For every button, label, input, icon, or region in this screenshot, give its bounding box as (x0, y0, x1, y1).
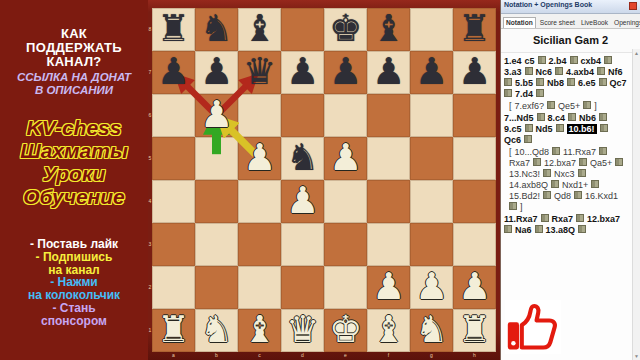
tab-livebook[interactable]: LiveBook (579, 18, 610, 28)
chess-piece-bK-e8[interactable]: ♚ (324, 8, 367, 51)
cta-line: спонсором (0, 315, 148, 328)
brand-line: Шахматы (0, 139, 148, 162)
chess-piece-wP-g2[interactable]: ♟ (410, 266, 453, 309)
file-label-e: e (324, 352, 367, 358)
current-move[interactable]: 10.b6! (567, 124, 597, 134)
move[interactable]: 8.c4 (548, 113, 566, 123)
chess-piece-wP-f2[interactable]: ♟ (367, 266, 410, 309)
move[interactable]: Nb8 (547, 78, 564, 88)
chess-piece-bQ-c7[interactable]: ♛ (238, 51, 281, 94)
scrollbar[interactable]: ▲ ▼ (632, 49, 640, 360)
tab-score-sheet[interactable]: Score sheet (538, 18, 577, 28)
opening-book-icon[interactable] (555, 67, 563, 75)
opening-book-icon[interactable] (504, 225, 512, 233)
move[interactable]: c5 (525, 56, 535, 66)
opening-book-icon[interactable] (556, 124, 564, 132)
move[interactable]: Qd8 (554, 191, 571, 201)
opening-book-icon[interactable] (574, 191, 582, 199)
move[interactable]: Nb6 (579, 113, 596, 123)
opening-book-icon[interactable] (599, 78, 607, 86)
move[interactable]: Rxa7 (509, 158, 530, 168)
chess-piece-bP-f7[interactable]: ♟ (367, 51, 410, 94)
support-line: КАНАЛ? (0, 55, 148, 69)
opening-book-icon[interactable] (533, 158, 541, 166)
channel-name: KV-chess Шахматы Уроки Обучение (0, 116, 148, 208)
brand-line: KV-chess (0, 116, 148, 139)
move[interactable]: ] (594, 101, 597, 111)
chess-piece-wP-h2[interactable]: ♟ (453, 266, 496, 309)
file-label-a: a (152, 352, 195, 358)
call-to-action-list: - Поставь лайк- Подпишисьна канал- Нажми… (0, 238, 148, 328)
opening-book-icon[interactable] (537, 113, 545, 121)
opening-book-icon[interactable] (509, 202, 517, 210)
chess-piece-wR-h1[interactable]: ♜ (453, 309, 496, 352)
chess-piece-wQ-d1[interactable]: ♛ (281, 309, 324, 352)
opening-book-icon[interactable] (535, 225, 543, 233)
opening-book-icon[interactable] (552, 147, 560, 155)
opening-book-icon[interactable] (570, 56, 578, 64)
move[interactable]: Na6 (515, 225, 532, 235)
opening-book-icon[interactable] (525, 124, 533, 132)
chess-piece-wP-b6[interactable]: ♟ (195, 94, 238, 137)
support-line: КАК (0, 27, 148, 41)
opening-book-icon[interactable] (541, 214, 549, 222)
move[interactable]: Qa5+ (590, 158, 612, 168)
move[interactable]: [ (509, 101, 512, 111)
move[interactable]: Nc6 (536, 67, 553, 77)
move[interactable]: 7...Nd5 (504, 113, 534, 123)
move[interactable]: 5.b5 (515, 78, 533, 88)
move[interactable]: 7.d4 (515, 89, 533, 99)
cta-line: - Поставь лайк (0, 238, 148, 251)
file-label-d: d (281, 352, 324, 358)
move[interactable]: Qc6 (504, 135, 521, 145)
opening-book-icon[interactable] (567, 78, 575, 86)
opening-book-icon[interactable] (600, 124, 608, 132)
opening-book-icon[interactable] (524, 135, 532, 143)
file-label-h: h (453, 352, 496, 358)
chess-piece-wP-c5[interactable]: ♟ (238, 137, 281, 180)
chess-piece-wB-f1[interactable]: ♝ (367, 309, 410, 352)
scroll-down-icon[interactable]: ▼ (633, 353, 640, 359)
move[interactable]: 7.exf6? (515, 101, 545, 111)
chess-piece-bP-a7[interactable]: ♟ (152, 51, 195, 94)
chess-piece-bN-b8[interactable]: ♞ (195, 8, 238, 51)
mainline-paragraph: 1.e4c52.b4cxb43.a3Nc64.axb4Nf65.b5Nb86.e… (504, 56, 630, 100)
chess-piece-bB-c8[interactable]: ♝ (238, 8, 281, 51)
tab-openings-book[interactable]: Openings Book (612, 18, 640, 28)
move[interactable]: 15.Bd2! (509, 191, 540, 201)
move-list: 1.e4c52.b4cxb43.a3Nc64.axb4Nf65.b5Nb86.e… (501, 53, 640, 240)
chess-piece-wP-d4[interactable]: ♟ (281, 180, 324, 223)
opening-book-icon[interactable] (599, 113, 607, 121)
channel-sidebar: КАК ПОДДЕРЖАТЬ КАНАЛ? ССЫЛКА НА ДОНАТ В … (0, 0, 148, 360)
chess-piece-wK-e1[interactable]: ♚ (324, 309, 367, 352)
move[interactable]: Nf6 (608, 67, 623, 77)
variation-paragraph: [7.exf6?Qe5+] (504, 101, 630, 112)
chess-piece-wP-e5[interactable]: ♟ (324, 137, 367, 180)
move[interactable]: 3.a3 (504, 67, 522, 77)
chess-piece-bP-g7[interactable]: ♟ (410, 51, 453, 94)
opening-book-icon[interactable] (599, 147, 607, 155)
support-line: ПОДДЕРЖАТЬ (0, 41, 148, 55)
tab-notation[interactable]: Notation (503, 17, 536, 28)
mainline-paragraph: 7...Nd58.c4Nb69.c5Nd510.b6!Qc6 (504, 113, 630, 146)
move[interactable]: 13.a8Q (546, 225, 576, 235)
move[interactable]: Qe5+ (558, 101, 580, 111)
opening-book-icon[interactable] (579, 158, 587, 166)
move[interactable]: 10...Qd8 (515, 147, 550, 157)
brand-line: Обучение (0, 185, 148, 208)
chess-board-frame: 87654321 abcdefgh ♜♞♝♚♝♜♟♟♛♟♟♟♟♟♞♟♟♟♟♟♟♟… (148, 0, 500, 360)
opening-book-icon[interactable] (536, 78, 544, 86)
move[interactable]: Nxc3 (554, 169, 575, 179)
move[interactable]: ] (520, 202, 523, 212)
mainline-paragraph: 11.Rxa7Rxa712.bxa7Na613.a8Q (504, 214, 630, 236)
game-title: Sicilian Gam 2 (501, 29, 640, 53)
move[interactable]: 11.Rxa7 (504, 214, 538, 224)
opening-book-icon[interactable] (543, 169, 551, 177)
opening-book-icon[interactable] (551, 180, 559, 188)
opening-book-icon[interactable] (583, 101, 591, 109)
move[interactable]: 1.e4 (504, 56, 522, 66)
opening-book-icon[interactable] (536, 89, 544, 97)
move[interactable]: [ (509, 147, 512, 157)
move[interactable]: 11.Rxa7 (563, 147, 596, 157)
move[interactable]: 6.e5 (578, 78, 596, 88)
move[interactable]: Nxd1+ (562, 180, 588, 190)
move[interactable]: 13.Nc3! (509, 169, 540, 179)
chess-piece-bP-h7[interactable]: ♟ (453, 51, 496, 94)
move[interactable]: 4.axb4 (566, 67, 594, 77)
file-label-g: g (410, 352, 453, 358)
support-heading: КАК ПОДДЕРЖАТЬ КАНАЛ? (0, 27, 148, 69)
opening-book-icon[interactable] (538, 56, 546, 64)
panel-tabs: Notation Score sheet LiveBook Openings B… (501, 14, 640, 29)
chess-board[interactable]: ♜♞♝♚♝♜♟♟♛♟♟♟♟♟♞♟♟♟♟♟♟♟♜♞♝♛♚♝♞♜ (152, 8, 496, 352)
chess-piece-bR-h8[interactable]: ♜ (453, 8, 496, 51)
donate-line: ССЫЛКА НА ДОНАТ (0, 71, 148, 84)
opening-book-icon[interactable] (597, 67, 605, 75)
panel-title: Notation + Openings Book (504, 1, 592, 8)
opening-book-icon[interactable] (568, 113, 576, 121)
pieces-layer: ♜♞♝♚♝♜♟♟♛♟♟♟♟♟♞♟♟♟♟♟♟♟♜♞♝♛♚♝♞♜ (152, 8, 496, 352)
brand-line: Уроки (0, 162, 148, 185)
chess-piece-bP-b7[interactable]: ♟ (195, 51, 238, 94)
opening-book-icon[interactable] (578, 169, 586, 177)
scroll-up-icon[interactable]: ▲ (633, 50, 640, 56)
move[interactable]: 9.c5 (504, 124, 522, 134)
opening-book-icon[interactable] (576, 214, 584, 222)
move[interactable]: 12.bxa7 (587, 214, 620, 224)
opening-book-icon[interactable] (504, 78, 512, 86)
file-label-c: c (238, 352, 281, 358)
move[interactable]: cxb4 (581, 56, 602, 66)
opening-book-icon[interactable] (547, 101, 555, 109)
opening-book-icon[interactable] (543, 191, 551, 199)
donate-note: ССЫЛКА НА ДОНАТ В ОПИСАНИИ (0, 71, 148, 97)
cta-line: - Стань (0, 302, 148, 315)
opening-book-icon[interactable] (615, 158, 623, 166)
move[interactable]: Nd5 (536, 124, 553, 134)
move[interactable]: 2.b4 (549, 56, 567, 66)
close-icon[interactable] (629, 2, 637, 10)
chess-piece-bP-d7[interactable]: ♟ (281, 51, 324, 94)
opening-book-icon[interactable] (504, 89, 512, 97)
move[interactable]: 14.axb8Q (509, 180, 548, 190)
variation-paragraph: [10...Qd811.Rxa7Rxa712.bxa7Qa5+13.Nc3!Nx… (504, 147, 630, 213)
opening-book-icon[interactable] (591, 180, 599, 188)
donate-line: В ОПИСАНИИ (0, 84, 148, 97)
chess-piece-bN-d5[interactable]: ♞ (281, 137, 324, 180)
opening-book-icon[interactable] (525, 67, 533, 75)
file-label-b: b (195, 352, 238, 358)
move[interactable]: Rxa7 (552, 214, 574, 224)
move[interactable]: 12.bxa7 (544, 158, 576, 168)
chess-piece-wR-a1[interactable]: ♜ (152, 309, 195, 352)
notation-panel: Notation + Openings Book Notation Score … (500, 0, 640, 360)
file-label-f: f (367, 352, 410, 358)
opening-book-icon[interactable] (578, 225, 586, 233)
move[interactable]: Qc7 (610, 78, 627, 88)
chess-piece-bB-f8[interactable]: ♝ (367, 8, 410, 51)
move[interactable]: 16.Kxd1 (585, 191, 618, 201)
chess-piece-wB-c1[interactable]: ♝ (238, 309, 281, 352)
panel-titlebar[interactable]: Notation + Openings Book (501, 0, 640, 14)
thumbs-up-icon (505, 300, 561, 354)
cta-line: - Подпишись (0, 251, 148, 264)
chess-piece-bP-e7[interactable]: ♟ (324, 51, 367, 94)
chess-piece-bR-a8[interactable]: ♜ (152, 8, 195, 51)
chess-piece-wN-b1[interactable]: ♞ (195, 309, 238, 352)
opening-book-icon[interactable] (604, 56, 612, 64)
chess-piece-wN-g1[interactable]: ♞ (410, 309, 453, 352)
